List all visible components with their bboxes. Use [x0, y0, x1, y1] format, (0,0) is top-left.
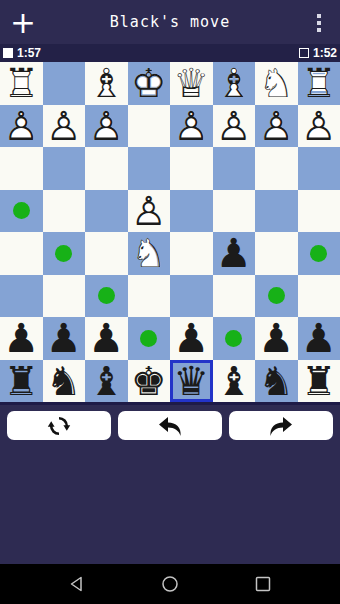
title-bar: + Black's move [0, 0, 340, 44]
square-b1[interactable]: ♞♘ [255, 62, 298, 105]
square-g2[interactable]: ♟♙ [43, 105, 86, 148]
white-rook: ♜♖ [298, 62, 340, 105]
square-h2[interactable]: ♟♙ [0, 105, 43, 148]
square-d5[interactable] [170, 232, 213, 275]
legal-move-dot [268, 287, 285, 304]
menu-dots-icon [317, 21, 321, 25]
square-a5[interactable] [298, 232, 340, 275]
square-h3[interactable] [0, 147, 43, 190]
square-d4[interactable] [170, 190, 213, 233]
right-clock: 1:52 [299, 46, 337, 60]
triangle-left-icon [67, 574, 87, 594]
square-h1[interactable]: ♜♖ [0, 62, 43, 105]
square-b5[interactable] [255, 232, 298, 275]
black-bishop: ♝ [85, 360, 128, 403]
white-pawn: ♟♙ [43, 105, 86, 148]
android-recents-button[interactable] [243, 564, 283, 604]
square-c2[interactable]: ♟♙ [213, 105, 256, 148]
square-f8[interactable]: ♝ [85, 360, 128, 403]
black-pawn: ♟ [43, 317, 86, 360]
android-nav-bar [0, 564, 340, 604]
white-pawn: ♟♙ [298, 105, 340, 148]
square-icon [253, 574, 273, 594]
black-pawn: ♟ [255, 317, 298, 360]
right-clock-time: 1:52 [313, 46, 337, 60]
black-rook: ♜ [0, 360, 43, 403]
square-c6[interactable] [213, 275, 256, 318]
chess-board: ♜♖♝♗♚♔♛♕♝♗♞♘♜♖♟♙♟♙♟♙♟♙♟♙♟♙♟♙♟♙♞♘♟♟♟♟♟♟♟♜… [0, 62, 340, 402]
square-g1[interactable] [43, 62, 86, 105]
square-a8[interactable]: ♜ [298, 360, 340, 403]
menu-dots-icon [317, 28, 321, 32]
square-b3[interactable] [255, 147, 298, 190]
white-pawn: ♟♙ [0, 105, 43, 148]
square-e2[interactable] [128, 105, 171, 148]
square-e5[interactable]: ♞♘ [128, 232, 171, 275]
square-a6[interactable] [298, 275, 340, 318]
square-a2[interactable]: ♟♙ [298, 105, 340, 148]
circle-icon [160, 574, 180, 594]
white-pawn: ♟♙ [255, 105, 298, 148]
white-pawn: ♟♙ [128, 190, 171, 233]
square-e6[interactable] [128, 275, 171, 318]
left-clock: 1:57 [3, 46, 41, 60]
black-knight: ♞ [43, 360, 86, 403]
square-h5[interactable] [0, 232, 43, 275]
filled-square-icon [3, 48, 13, 58]
white-pawn: ♟♙ [170, 105, 213, 148]
square-d1[interactable]: ♛♕ [170, 62, 213, 105]
square-b7[interactable]: ♟ [255, 317, 298, 360]
square-d3[interactable] [170, 147, 213, 190]
square-h4[interactable] [0, 190, 43, 233]
square-d2[interactable]: ♟♙ [170, 105, 213, 148]
legal-move-dot [98, 287, 115, 304]
square-c3[interactable] [213, 147, 256, 190]
square-f2[interactable]: ♟♙ [85, 105, 128, 148]
square-d7[interactable]: ♟ [170, 317, 213, 360]
black-pawn: ♟ [170, 317, 213, 360]
square-d6[interactable] [170, 275, 213, 318]
black-pawn: ♟ [85, 317, 128, 360]
legal-move-dot [140, 330, 157, 347]
square-b2[interactable]: ♟♙ [255, 105, 298, 148]
square-e3[interactable] [128, 147, 171, 190]
square-b8[interactable]: ♞ [255, 360, 298, 403]
square-g6[interactable] [43, 275, 86, 318]
black-pawn: ♟ [213, 232, 256, 275]
square-f4[interactable] [85, 190, 128, 233]
black-rook: ♜ [298, 360, 340, 403]
square-c7[interactable] [213, 317, 256, 360]
square-h8[interactable]: ♜ [0, 360, 43, 403]
square-a1[interactable]: ♜♖ [298, 62, 340, 105]
page-title: Black's move [0, 0, 340, 44]
square-a7[interactable]: ♟ [298, 317, 340, 360]
square-f3[interactable] [85, 147, 128, 190]
white-knight: ♞♘ [128, 232, 171, 275]
white-queen: ♛♕ [170, 62, 213, 105]
square-c4[interactable] [213, 190, 256, 233]
toolbar [0, 405, 340, 449]
square-h7[interactable]: ♟ [0, 317, 43, 360]
left-clock-time: 1:57 [17, 46, 41, 60]
legal-move-dot [310, 245, 327, 262]
square-g5[interactable] [43, 232, 86, 275]
square-b4[interactable] [255, 190, 298, 233]
black-knight: ♞ [255, 360, 298, 403]
square-e7[interactable] [128, 317, 171, 360]
flip-board-button[interactable] [7, 411, 111, 440]
white-bishop: ♝♗ [213, 62, 256, 105]
square-e8[interactable]: ♚ [128, 360, 171, 403]
cycle-arrows-icon [47, 414, 71, 438]
app-window: + Black's move 1:57 1:52 ♜♖♝♗♚♔♛♕♝♗♞♘♜♖♟… [0, 0, 340, 604]
square-a3[interactable] [298, 147, 340, 190]
square-f7[interactable]: ♟ [85, 317, 128, 360]
square-c5[interactable]: ♟ [213, 232, 256, 275]
white-knight: ♞♘ [255, 62, 298, 105]
square-b6[interactable] [255, 275, 298, 318]
background-area [0, 449, 340, 564]
undo-arrow-icon [156, 414, 184, 438]
legal-move-dot [225, 330, 242, 347]
square-d8[interactable]: ♛ [170, 360, 213, 403]
square-f1[interactable]: ♝♗ [85, 62, 128, 105]
menu-dots-icon [317, 14, 321, 18]
square-h6[interactable] [0, 275, 43, 318]
black-queen: ♛ [170, 360, 213, 403]
redo-button[interactable] [229, 411, 333, 440]
redo-arrow-icon [267, 414, 295, 438]
white-pawn: ♟♙ [85, 105, 128, 148]
square-f6[interactable] [85, 275, 128, 318]
square-g4[interactable] [43, 190, 86, 233]
black-pawn: ♟ [0, 317, 43, 360]
android-back-button[interactable] [57, 564, 97, 604]
black-bishop: ♝ [213, 360, 256, 403]
square-g3[interactable] [43, 147, 86, 190]
square-c1[interactable]: ♝♗ [213, 62, 256, 105]
black-pawn: ♟ [298, 317, 340, 360]
white-rook: ♜♖ [0, 62, 43, 105]
android-home-button[interactable] [150, 564, 190, 604]
square-e4[interactable]: ♟♙ [128, 190, 171, 233]
white-bishop: ♝♗ [85, 62, 128, 105]
square-g8[interactable]: ♞ [43, 360, 86, 403]
square-f5[interactable] [85, 232, 128, 275]
overflow-menu-button[interactable] [306, 9, 332, 37]
white-pawn: ♟♙ [213, 105, 256, 148]
legal-move-dot [13, 202, 30, 219]
undo-button[interactable] [118, 411, 222, 440]
legal-move-dot [55, 245, 72, 262]
square-e1[interactable]: ♚♔ [128, 62, 171, 105]
square-a4[interactable] [298, 190, 340, 233]
outline-square-icon [299, 48, 309, 58]
square-c8[interactable]: ♝ [213, 360, 256, 403]
black-king: ♚ [128, 360, 171, 403]
square-g7[interactable]: ♟ [43, 317, 86, 360]
white-king: ♚♔ [128, 62, 171, 105]
